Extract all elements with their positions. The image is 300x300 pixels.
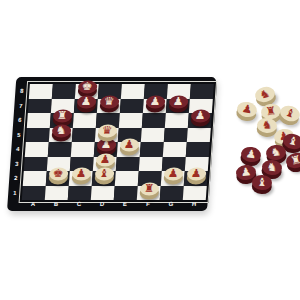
square-f2 [138,171,162,186]
square-c8 [75,84,99,99]
travel-chess-set-photo: 87654321 ABCDEFGH ♚♟♛♟♟♜♟♞♟♛♟♟♚♟♝♟♟♜ ♞♟♜… [0,0,300,300]
square-g6 [165,113,189,128]
square-g3 [162,157,186,172]
bishop-icon: ♝ [256,175,267,189]
square-e7 [120,99,144,114]
square-a4 [25,142,49,157]
square-b6 [50,113,74,128]
pile-piece-dark-rook-3: ♜ [284,151,300,170]
square-h5 [187,128,211,143]
square-g7 [166,99,190,114]
file-label-a: A [21,200,45,209]
file-label-g: G [159,200,183,209]
square-f6 [142,113,166,128]
square-b2 [46,171,70,186]
square-c4 [71,142,95,157]
square-b1 [45,186,69,201]
square-a1 [22,186,46,201]
knight-icon: ♞ [258,87,272,103]
square-f7 [143,99,167,114]
board-play-area [19,81,218,203]
square-g4 [163,142,187,157]
pile-piece-light-pawn-1: ♟ [236,100,258,118]
square-b3 [47,157,71,172]
square-h1 [183,186,207,201]
file-label-h: H [182,200,206,209]
square-a8 [29,84,53,99]
chess-board: 87654321 ABCDEFGH ♚♟♛♟♟♜♟♞♟♛♟♟♚♟♝♟♟♜ [7,77,216,211]
square-e2 [115,171,139,186]
square-d1 [91,186,115,201]
pile-piece-light-knight-0: ♞ [253,85,276,104]
square-e4 [117,142,141,157]
square-a2 [23,171,47,186]
pile-piece-light-bishop-3: ♝ [278,103,300,123]
file-label-d: D [90,200,114,209]
square-h3 [185,157,209,172]
square-d7 [97,99,121,114]
square-e1 [114,186,138,201]
square-g8 [167,84,191,99]
square-c5 [72,128,96,143]
pawn-icon: ♟ [240,102,253,117]
board-frame: 87654321 ABCDEFGH [7,77,216,211]
knight-icon: ♞ [266,160,278,175]
square-a5 [26,128,50,143]
square-e3 [116,157,140,172]
pile-piece-dark-knight-1: ♞ [265,144,287,162]
file-label-f: F [136,200,160,209]
square-d8 [98,84,122,99]
square-b5 [49,128,73,143]
square-h4 [186,142,210,157]
pile-piece-dark-pawn-2: ♟ [240,146,262,164]
pile-piece-dark-bishop-6: ♝ [252,174,273,190]
square-a6 [27,113,51,128]
file-label-b: B [44,200,68,209]
square-b4 [48,142,72,157]
square-d3 [93,157,117,172]
square-h2 [184,171,208,186]
square-d6 [96,113,120,128]
rook-icon: ♜ [289,153,300,169]
square-e5 [118,128,142,143]
bishop-icon: ♝ [283,105,298,121]
square-e8 [121,84,145,99]
square-g1 [160,186,184,201]
pawn-icon: ♟ [240,165,252,180]
file-label-c: C [67,200,91,209]
square-b7 [51,99,75,114]
square-a7 [28,99,52,114]
square-g2 [161,171,185,186]
square-g5 [164,128,188,143]
pile-piece-light-knight-4: ♞ [257,117,278,133]
square-f4 [140,142,164,157]
rook-icon: ♜ [265,104,278,119]
pawn-icon: ♟ [245,147,258,162]
board-grid [22,84,214,200]
square-c6 [73,113,97,128]
square-c7 [74,99,98,114]
square-e6 [119,113,143,128]
square-d4 [94,142,118,157]
square-b8 [52,84,76,99]
square-d2 [92,171,116,186]
square-c2 [69,171,93,186]
square-f3 [139,157,163,172]
square-h8 [190,84,214,99]
file-label-e: E [113,200,137,209]
square-h6 [188,113,212,128]
square-c1 [68,186,92,201]
square-c3 [70,157,94,172]
square-a3 [24,157,48,172]
square-d5 [95,128,119,143]
square-f8 [144,84,168,99]
square-f5 [141,128,165,143]
square-f1 [137,186,161,201]
bishop-icon: ♝ [286,134,299,150]
pile-piece-dark-knight-4: ♞ [261,159,282,176]
square-h7 [189,99,213,114]
file-labels: ABCDEFGH [21,200,206,209]
knight-icon: ♞ [261,118,273,133]
knight-icon: ♞ [270,145,283,160]
